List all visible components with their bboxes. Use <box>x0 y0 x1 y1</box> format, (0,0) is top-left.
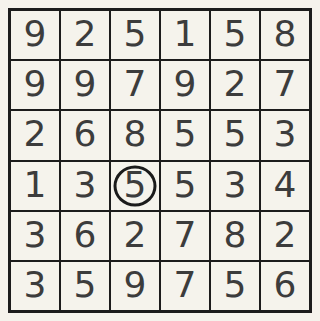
grid-cell-r4c3[interactable]: 5 <box>111 162 159 210</box>
cell-digit: 3 <box>274 116 297 154</box>
grid-cell-r3c4[interactable]: 5 <box>161 111 209 159</box>
cell-digit: 8 <box>224 217 247 255</box>
grid-cell-r3c1[interactable]: 2 <box>11 111 59 159</box>
grid-cell-r4c2[interactable]: 3 <box>61 162 109 210</box>
cell-digit: 7 <box>174 217 197 255</box>
cell-digit: 5 <box>224 116 247 154</box>
grid-cell-r6c6[interactable]: 6 <box>261 262 309 310</box>
cell-digit: 9 <box>124 267 147 305</box>
number-grid: 925158997927268553135534362782359756 <box>8 8 312 313</box>
cell-digit: 2 <box>74 16 97 54</box>
grid-cell-r6c2[interactable]: 5 <box>61 262 109 310</box>
grid-cell-r2c5[interactable]: 2 <box>211 61 259 109</box>
grid-cell-r2c1[interactable]: 9 <box>11 61 59 109</box>
grid-cell-r6c4[interactable]: 7 <box>161 262 209 310</box>
grid-cell-r3c5[interactable]: 5 <box>211 111 259 159</box>
grid-cell-r2c6[interactable]: 7 <box>261 61 309 109</box>
grid-cell-r5c2[interactable]: 6 <box>61 212 109 260</box>
grid-cell-r3c6[interactable]: 3 <box>261 111 309 159</box>
cell-digit: 6 <box>74 217 97 255</box>
cell-digit: 6 <box>74 116 97 154</box>
grid-cell-r6c5[interactable]: 5 <box>211 262 259 310</box>
grid-cell-r5c4[interactable]: 7 <box>161 212 209 260</box>
cell-digit: 5 <box>224 267 247 305</box>
cell-digit: 7 <box>124 66 147 104</box>
cell-digit: 3 <box>74 167 97 205</box>
grid-cell-r2c2[interactable]: 9 <box>61 61 109 109</box>
grid-cell-r5c6[interactable]: 2 <box>261 212 309 260</box>
cell-digit: 2 <box>124 217 147 255</box>
grid-cell-r1c1[interactable]: 9 <box>11 11 59 59</box>
grid-cell-r6c3[interactable]: 9 <box>111 262 159 310</box>
grid-cell-r5c5[interactable]: 8 <box>211 212 259 260</box>
cell-digit: 9 <box>24 66 47 104</box>
cell-digit: 5 <box>124 16 147 54</box>
grid-cell-r5c3[interactable]: 2 <box>111 212 159 260</box>
cell-digit: 7 <box>174 267 197 305</box>
cell-digit: 3 <box>224 167 247 205</box>
grid-cell-r1c5[interactable]: 5 <box>211 11 259 59</box>
cell-digit: 5 <box>124 167 147 205</box>
cell-digit: 3 <box>24 267 47 305</box>
cell-digit: 1 <box>174 16 197 54</box>
grid-cell-r5c1[interactable]: 3 <box>11 212 59 260</box>
cell-digit: 7 <box>274 66 297 104</box>
cell-digit: 4 <box>274 167 297 205</box>
grid-cell-r6c1[interactable]: 3 <box>11 262 59 310</box>
grid-cell-r2c4[interactable]: 9 <box>161 61 209 109</box>
grid-cell-r4c5[interactable]: 3 <box>211 162 259 210</box>
cell-digit: 8 <box>124 116 147 154</box>
grid-cell-r3c2[interactable]: 6 <box>61 111 109 159</box>
grid-cell-r4c6[interactable]: 4 <box>261 162 309 210</box>
cell-digit: 9 <box>74 66 97 104</box>
grid-cell-r4c4[interactable]: 5 <box>161 162 209 210</box>
cell-digit: 5 <box>74 267 97 305</box>
grid-cell-r1c2[interactable]: 2 <box>61 11 109 59</box>
cell-digit: 2 <box>224 66 247 104</box>
grid-cell-r1c4[interactable]: 1 <box>161 11 209 59</box>
cell-digit: 9 <box>174 66 197 104</box>
cell-digit: 6 <box>274 267 297 305</box>
cell-digit: 2 <box>24 116 47 154</box>
cell-digit: 1 <box>24 167 47 205</box>
cell-digit: 5 <box>174 167 197 205</box>
grid-cell-r3c3[interactable]: 8 <box>111 111 159 159</box>
cell-digit: 2 <box>274 217 297 255</box>
grid-cell-r2c3[interactable]: 7 <box>111 61 159 109</box>
cell-digit: 8 <box>274 16 297 54</box>
cell-digit: 5 <box>174 116 197 154</box>
grid-cell-r1c6[interactable]: 8 <box>261 11 309 59</box>
grid-cell-r4c1[interactable]: 1 <box>11 162 59 210</box>
cell-digit: 5 <box>224 16 247 54</box>
cell-digit: 9 <box>24 16 47 54</box>
grid-cell-r1c3[interactable]: 5 <box>111 11 159 59</box>
cell-digit: 3 <box>24 217 47 255</box>
